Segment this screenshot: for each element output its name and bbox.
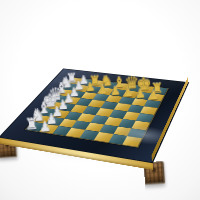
piece-gold-knight: ♞: [100, 74, 114, 89]
caption: Product photo of a luxury metal chess se…: [0, 0, 1, 1]
piece-silver-bishop: ♝: [55, 82, 69, 97]
piece-gold-pawn: ♟: [110, 84, 121, 96]
piece-gold-rook: ♜: [89, 74, 102, 88]
square-r0c2: ♜: [90, 80, 106, 87]
square-r3c3: [88, 100, 105, 108]
square-r2c4: [105, 95, 122, 103]
piece-silver-pawn: ♟: [73, 80, 84, 92]
piece-gold-pawn: ♟: [148, 89, 159, 102]
square-r1c0: ♞: [62, 83, 79, 90]
square-r2c3: [93, 93, 110, 101]
square-r2c1: ♟: [68, 90, 85, 98]
piece-silver-knight: ♞: [60, 76, 73, 91]
piece-gold-bishop: ♝: [112, 75, 126, 90]
square-r3c2: [75, 98, 92, 106]
piece-gold-rook: ♜: [151, 81, 164, 95]
square-r2c0: ♝: [56, 89, 73, 97]
square-r0c1: ♟: [78, 79, 94, 86]
square-r1c2: ♟: [85, 86, 102, 93]
square-r1c5: ♟: [122, 90, 139, 98]
square-r0c6: ♚: [139, 86, 155, 94]
piece-silver-pawn: ♟: [78, 74, 89, 86]
square-r7c7: [123, 136, 142, 147]
piece-gold-pawn: ♟: [97, 83, 108, 95]
checker-field: ♜♟♜♞♝♛♚♜♞♟♟♟♟♟♟♟♝♟♛♟♚♟♝♟♞♟♜♟: [26, 78, 168, 147]
piece-gold-queen: ♛: [124, 75, 140, 92]
chess-set-photo: ♜♟♜♞♝♛♚♜♞♟♟♟♟♟♟♟♝♟♛♟♚♟♝♟♞♟♜♟ Product pho…: [0, 0, 200, 200]
square-r1c6: ♟: [135, 92, 152, 100]
square-r0c7: ♜: [151, 87, 167, 95]
square-r1c7: ♟: [148, 93, 165, 101]
piece-gold-pawn: ♟: [122, 86, 133, 98]
square-r2c5: [118, 96, 135, 104]
square-r1c1: ♟: [73, 85, 90, 92]
piece-gold-pawn: ♟: [85, 81, 96, 93]
piece-silver-pawn: ♟: [39, 120, 51, 134]
square-r0c4: ♝: [114, 83, 130, 90]
square-r2c2: [80, 92, 97, 100]
piece-silver-pawn: ♟: [68, 86, 79, 98]
square-r2c6: [131, 98, 148, 106]
board-3d-wrapper: ♜♟♜♞♝♛♚♜♞♟♟♟♟♟♟♟♝♟♛♟♚♟♝♟♞♟♜♟: [0, 0, 200, 200]
piece-silver-rook: ♜: [24, 116, 38, 132]
square-r0c5: ♛: [126, 84, 142, 91]
square-r1c4: ♟: [110, 89, 127, 97]
chess-board: ♜♟♜♞♝♛♚♜♞♟♟♟♟♟♟♟♝♟♛♟♚♟♝♟♞♟♜♟: [0, 69, 188, 162]
square-r0c0: ♜: [67, 78, 83, 85]
piece-gold-king: ♚: [136, 75, 153, 93]
square-r3c4: [101, 101, 118, 109]
piece-gold-pawn: ♟: [135, 87, 146, 99]
square-r1c3: ♟: [97, 87, 114, 95]
square-r0c3: ♞: [102, 82, 118, 89]
piece-silver-rook: ♜: [66, 71, 78, 85]
